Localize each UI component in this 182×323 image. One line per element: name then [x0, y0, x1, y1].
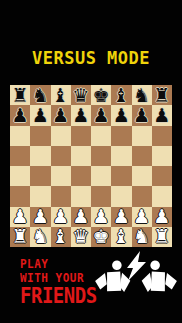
square-a8[interactable]: ♜: [10, 85, 30, 105]
piece-black-rook[interactable]: ♜: [153, 86, 170, 105]
square-e8[interactable]: ♚: [91, 85, 111, 105]
square-b6[interactable]: [30, 126, 50, 146]
piece-black-pawn[interactable]: ♟: [93, 106, 110, 125]
square-c3[interactable]: [51, 186, 71, 206]
square-a2[interactable]: ♟: [10, 207, 30, 227]
player-left-icon: [94, 258, 132, 293]
square-b3[interactable]: [30, 186, 50, 206]
square-f7[interactable]: ♟: [111, 105, 131, 125]
square-e2[interactable]: ♟: [91, 207, 111, 227]
piece-white-pawn[interactable]: ♟: [113, 207, 130, 226]
tagline-line-3: FRIENDS: [20, 286, 97, 307]
square-e6[interactable]: [91, 126, 111, 146]
square-b2[interactable]: ♟: [30, 207, 50, 227]
square-b1[interactable]: ♞: [30, 227, 50, 247]
square-g2[interactable]: ♟: [132, 207, 152, 227]
piece-black-knight[interactable]: ♞: [32, 86, 49, 105]
square-d4[interactable]: [71, 166, 91, 186]
square-f3[interactable]: [111, 186, 131, 206]
lightning-bolt-icon: [127, 251, 146, 281]
footer-tagline: PLAY WITH YOUR FRIENDS: [20, 257, 97, 305]
square-a3[interactable]: [10, 186, 30, 206]
versus-players-lightning-icon: [94, 250, 178, 308]
square-f4[interactable]: [111, 166, 131, 186]
piece-black-rook[interactable]: ♜: [12, 86, 29, 105]
square-h7[interactable]: ♟: [152, 105, 172, 125]
square-a7[interactable]: ♟: [10, 105, 30, 125]
piece-black-bishop[interactable]: ♝: [113, 86, 130, 105]
square-d7[interactable]: ♟: [71, 105, 91, 125]
square-h2[interactable]: ♟: [152, 207, 172, 227]
piece-white-bishop[interactable]: ♝: [113, 227, 130, 246]
piece-black-pawn[interactable]: ♟: [113, 106, 130, 125]
piece-white-pawn[interactable]: ♟: [52, 207, 69, 226]
square-a1[interactable]: ♜: [10, 227, 30, 247]
player-right-icon: [140, 258, 178, 293]
square-h6[interactable]: [152, 126, 172, 146]
piece-white-king[interactable]: ♚: [93, 227, 110, 246]
piece-black-king[interactable]: ♚: [93, 86, 110, 105]
piece-white-pawn[interactable]: ♟: [32, 207, 49, 226]
piece-black-queen[interactable]: ♛: [72, 86, 89, 105]
piece-white-pawn[interactable]: ♟: [133, 207, 150, 226]
square-b7[interactable]: ♟: [30, 105, 50, 125]
square-f5[interactable]: [111, 146, 131, 166]
square-f1[interactable]: ♝: [111, 227, 131, 247]
square-c7[interactable]: ♟: [51, 105, 71, 125]
square-f8[interactable]: ♝: [111, 85, 131, 105]
piece-black-pawn[interactable]: ♟: [12, 106, 29, 125]
square-d5[interactable]: [71, 146, 91, 166]
square-g8[interactable]: ♞: [132, 85, 152, 105]
square-g7[interactable]: ♟: [132, 105, 152, 125]
square-f6[interactable]: [111, 126, 131, 146]
piece-white-pawn[interactable]: ♟: [153, 207, 170, 226]
square-a5[interactable]: [10, 146, 30, 166]
piece-black-pawn[interactable]: ♟: [72, 106, 89, 125]
piece-black-pawn[interactable]: ♟: [133, 106, 150, 125]
square-d6[interactable]: [71, 126, 91, 146]
square-h5[interactable]: [152, 146, 172, 166]
page-title: VERSUS MODE: [0, 48, 182, 69]
square-e3[interactable]: [91, 186, 111, 206]
square-d2[interactable]: ♟: [71, 207, 91, 227]
tagline-line-1: PLAY: [20, 257, 97, 272]
square-g3[interactable]: [132, 186, 152, 206]
square-f2[interactable]: ♟: [111, 207, 131, 227]
square-g6[interactable]: [132, 126, 152, 146]
square-c4[interactable]: [51, 166, 71, 186]
square-d3[interactable]: [71, 186, 91, 206]
square-d8[interactable]: ♛: [71, 85, 91, 105]
piece-white-rook[interactable]: ♜: [12, 227, 29, 246]
square-d1[interactable]: ♛: [71, 227, 91, 247]
square-h8[interactable]: ♜: [152, 85, 172, 105]
square-a6[interactable]: [10, 126, 30, 146]
square-b5[interactable]: [30, 146, 50, 166]
piece-black-pawn[interactable]: ♟: [52, 106, 69, 125]
square-c5[interactable]: [51, 146, 71, 166]
piece-white-bishop[interactable]: ♝: [52, 227, 69, 246]
piece-white-knight[interactable]: ♞: [133, 227, 150, 246]
square-h4[interactable]: [152, 166, 172, 186]
piece-white-pawn[interactable]: ♟: [12, 207, 29, 226]
square-e5[interactable]: [91, 146, 111, 166]
square-c6[interactable]: [51, 126, 71, 146]
piece-black-pawn[interactable]: ♟: [32, 106, 49, 125]
piece-black-knight[interactable]: ♞: [133, 86, 150, 105]
piece-white-pawn[interactable]: ♟: [72, 207, 89, 226]
square-a4[interactable]: [10, 166, 30, 186]
square-c1[interactable]: ♝: [51, 227, 71, 247]
square-b4[interactable]: [30, 166, 50, 186]
square-g5[interactable]: [132, 146, 152, 166]
piece-black-bishop[interactable]: ♝: [52, 86, 69, 105]
square-c2[interactable]: ♟: [51, 207, 71, 227]
piece-white-queen[interactable]: ♛: [72, 227, 89, 246]
square-h1[interactable]: ♜: [152, 227, 172, 247]
piece-white-pawn[interactable]: ♟: [93, 207, 110, 226]
square-e1[interactable]: ♚: [91, 227, 111, 247]
square-g4[interactable]: [132, 166, 152, 186]
piece-black-pawn[interactable]: ♟: [153, 106, 170, 125]
versus-mode-screen: VERSUS MODE ♜♞♝♛♚♝♞♜♟♟♟♟♟♟♟♟♟♟♟♟♟♟♟♟♜♞♝♛…: [0, 0, 182, 323]
square-b8[interactable]: ♞: [30, 85, 50, 105]
square-e7[interactable]: ♟: [91, 105, 111, 125]
square-g1[interactable]: ♞: [132, 227, 152, 247]
square-e4[interactable]: [91, 166, 111, 186]
chess-board[interactable]: ♜♞♝♛♚♝♞♜♟♟♟♟♟♟♟♟♟♟♟♟♟♟♟♟♜♞♝♛♚♝♞♜: [10, 85, 172, 247]
piece-white-rook[interactable]: ♜: [153, 227, 170, 246]
square-h3[interactable]: [152, 186, 172, 206]
square-c8[interactable]: ♝: [51, 85, 71, 105]
piece-white-knight[interactable]: ♞: [32, 227, 49, 246]
